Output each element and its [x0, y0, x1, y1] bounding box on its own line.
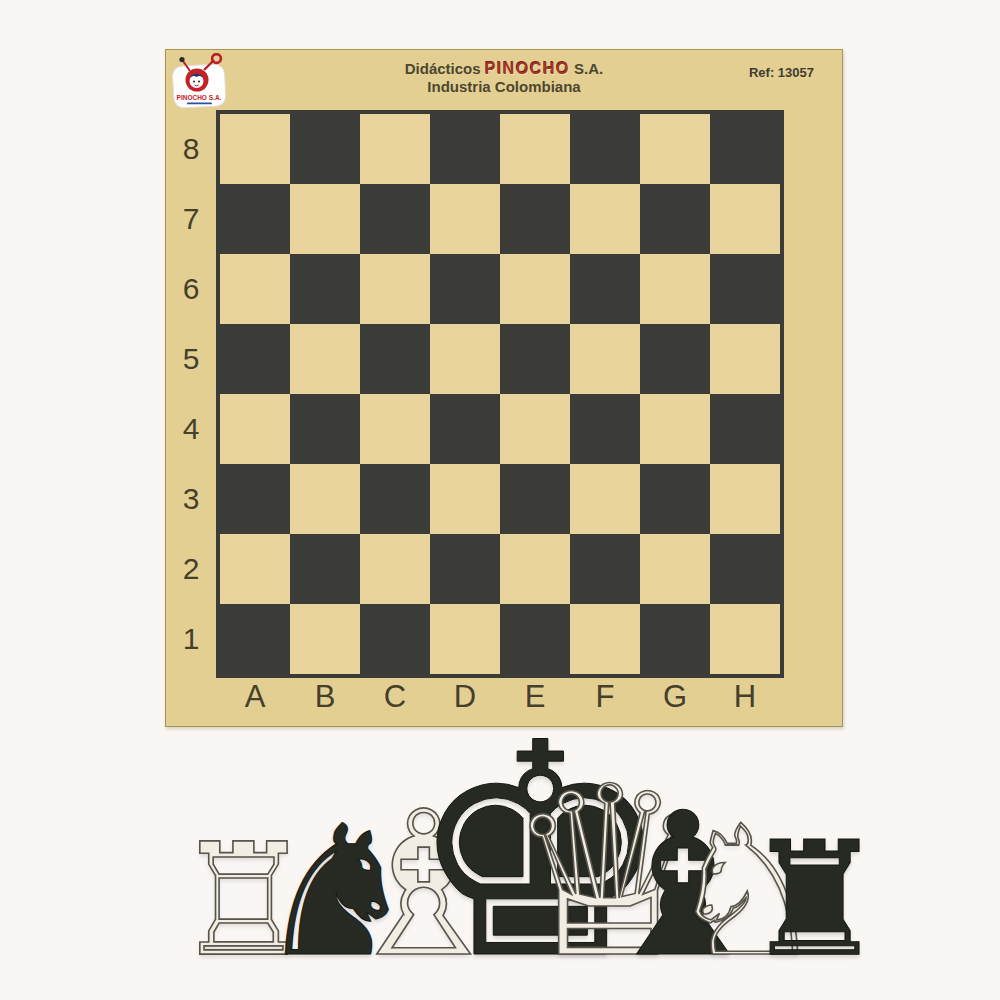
rank-label-5: 5 — [166, 324, 216, 394]
square-a3 — [220, 464, 290, 534]
rank-label-6: 6 — [166, 254, 216, 324]
square-d5 — [430, 324, 500, 394]
piece-white-queen: ♕ — [504, 755, 594, 990]
square-c8 — [360, 114, 430, 184]
square-e2 — [500, 534, 570, 604]
square-c1 — [360, 604, 430, 674]
square-b2 — [290, 534, 360, 604]
square-a2 — [220, 534, 290, 604]
brand-line: Didácticos PINOCHO S.A. — [166, 60, 842, 78]
square-b5 — [290, 324, 360, 394]
square-h8 — [710, 114, 780, 184]
square-d4 — [430, 394, 500, 464]
rank-label-1: 1 — [166, 604, 216, 674]
chess-mat: PINOCHO S.A. Didácticos PINOCHO S.A. Ind… — [165, 49, 843, 727]
square-c2 — [360, 534, 430, 604]
square-c5 — [360, 324, 430, 394]
square-h7 — [710, 184, 780, 254]
rank-label-2: 2 — [166, 534, 216, 604]
square-d6 — [430, 254, 500, 324]
square-d3 — [430, 464, 500, 534]
rank-label-4: 4 — [166, 394, 216, 464]
square-c7 — [360, 184, 430, 254]
board-grid — [216, 110, 784, 678]
brand-suffix: S.A. — [574, 60, 603, 77]
square-d1 — [430, 604, 500, 674]
square-g7 — [640, 184, 710, 254]
square-g4 — [640, 394, 710, 464]
square-f4 — [570, 394, 640, 464]
brand-name: PINOCHO — [485, 60, 570, 77]
brand-prefix: Didácticos — [405, 60, 481, 77]
square-h1 — [710, 604, 780, 674]
logo-tagline-mark — [187, 103, 212, 105]
square-a4 — [220, 394, 290, 464]
square-h3 — [710, 464, 780, 534]
square-e3 — [500, 464, 570, 534]
square-e5 — [500, 324, 570, 394]
square-a5 — [220, 324, 290, 394]
square-d7 — [430, 184, 500, 254]
piece-white-knight: ♘ — [666, 802, 744, 982]
square-d2 — [430, 534, 500, 604]
square-b6 — [290, 254, 360, 324]
square-h6 — [710, 254, 780, 324]
ref-number: Ref: 13057 — [749, 65, 814, 80]
square-f3 — [570, 464, 640, 534]
square-b7 — [290, 184, 360, 254]
square-a6 — [220, 254, 290, 324]
square-e6 — [500, 254, 570, 324]
rank-label-3: 3 — [166, 464, 216, 534]
square-c4 — [360, 394, 430, 464]
square-e4 — [500, 394, 570, 464]
square-f5 — [570, 324, 640, 394]
rank-label-8: 8 — [166, 114, 216, 184]
piece-black-rook: ♜ — [744, 820, 826, 978]
square-f2 — [570, 534, 640, 604]
square-b8 — [290, 114, 360, 184]
square-g5 — [640, 324, 710, 394]
square-d8 — [430, 114, 500, 184]
square-h5 — [710, 324, 780, 394]
square-g3 — [640, 464, 710, 534]
square-e8 — [500, 114, 570, 184]
square-h4 — [710, 394, 780, 464]
brand-subtitle: Industria Colombiana — [166, 78, 842, 96]
square-e7 — [500, 184, 570, 254]
square-f8 — [570, 114, 640, 184]
piece-black-king: ♚ — [408, 705, 504, 1000]
square-f1 — [570, 604, 640, 674]
rank-label-7: 7 — [166, 184, 216, 254]
square-g8 — [640, 114, 710, 184]
square-a7 — [220, 184, 290, 254]
square-c6 — [360, 254, 430, 324]
square-c3 — [360, 464, 430, 534]
mat-header: Didácticos PINOCHO S.A. Industria Colomb… — [166, 60, 842, 96]
piece-white-rook: ♖ — [174, 823, 256, 978]
square-e1 — [500, 604, 570, 674]
square-g2 — [640, 534, 710, 604]
pieces-photo-row: ♖ ♞ ♗ ♚ ♕ ♝ ♘ ♜ — [0, 705, 1000, 1000]
square-a8 — [220, 114, 290, 184]
square-h2 — [710, 534, 780, 604]
piece-black-bishop: ♝ — [594, 787, 666, 985]
square-a1 — [220, 604, 290, 674]
rank-labels: 87654321 — [166, 114, 216, 674]
square-f7 — [570, 184, 640, 254]
square-b4 — [290, 394, 360, 464]
square-b1 — [290, 604, 360, 674]
square-g1 — [640, 604, 710, 674]
square-b3 — [290, 464, 360, 534]
piece-black-knight: ♞ — [256, 802, 334, 982]
square-g6 — [640, 254, 710, 324]
square-f6 — [570, 254, 640, 324]
